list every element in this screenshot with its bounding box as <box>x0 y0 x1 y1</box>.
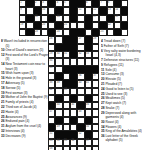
grid-cell[interactable]: 20 <box>41 22 48 29</box>
clue-number: 15 <box>1 71 5 75</box>
clue-item: 14 New Testament coin near to heart (3) <box>1 62 50 71</box>
clue-item: 7 Defensive structures (11) <box>101 58 149 62</box>
black-cell <box>55 117 62 124</box>
black-cell <box>70 131 77 138</box>
black-cell <box>114 0 121 7</box>
grid-cell[interactable] <box>55 36 62 43</box>
black-cell <box>85 22 92 29</box>
black-cell <box>70 15 77 22</box>
black-cell <box>92 66 99 73</box>
grid-cell[interactable] <box>41 15 48 22</box>
grid-cell[interactable] <box>77 117 84 124</box>
clue-number: 21 <box>101 82 105 86</box>
grid-cell[interactable]: 4 <box>55 0 62 7</box>
clue-item: 26 Endured pain (4) <box>1 119 50 123</box>
cell-number: 17 <box>93 15 96 18</box>
grid-cell[interactable] <box>92 95 99 102</box>
cell-number: 36 <box>79 74 82 77</box>
clue-item: 18 Sorrow (5) <box>1 85 50 89</box>
grid-cell[interactable]: 25 <box>99 29 106 36</box>
black-cell <box>85 15 92 22</box>
outside-cell <box>19 139 26 146</box>
clue-number: 33 <box>1 133 5 137</box>
cell-number: 30 <box>57 52 60 55</box>
cell-number: 27 <box>79 37 82 40</box>
cell-number: 44 <box>57 103 60 106</box>
grid-cell[interactable]: 55 <box>63 139 70 146</box>
clue-item: 33 Decreases (9) <box>1 133 50 137</box>
outside-cell <box>107 146 114 150</box>
cell-number: 8 <box>108 1 109 4</box>
clue-item: 15 Wish harm upon (3) <box>1 71 50 75</box>
grid-cell[interactable]: 43 <box>63 88 70 95</box>
grid-cell[interactable] <box>48 22 55 29</box>
black-cell <box>70 7 77 14</box>
clue-number: 32 <box>1 129 5 133</box>
grid-cell[interactable]: 2 <box>34 0 41 7</box>
grid-cell[interactable] <box>85 146 92 150</box>
grid-cell[interactable] <box>121 29 128 36</box>
clue-number: 4 <box>101 39 104 43</box>
black-cell <box>99 22 106 29</box>
clue-number: 29 <box>101 110 105 114</box>
grid-cell[interactable] <box>92 146 99 150</box>
grid-cell[interactable]: 44 <box>55 102 62 109</box>
black-cell <box>26 15 33 22</box>
black-cell <box>63 66 70 73</box>
cell-number: 12 <box>93 8 96 11</box>
grid-cell[interactable] <box>121 0 128 7</box>
cell-number: 15 <box>35 15 38 18</box>
grid-cell[interactable] <box>114 22 121 29</box>
outside-cell <box>41 139 48 146</box>
grid-cell[interactable]: 16 <box>55 15 62 22</box>
grid-cell[interactable]: 5 <box>63 0 70 7</box>
cell-number: 4 <box>57 1 58 4</box>
clue-item: 4 Tread down (7) <box>101 39 149 43</box>
grid-cell[interactable] <box>63 73 70 80</box>
grid-cell[interactable] <box>55 66 62 73</box>
cell-number: 22 <box>108 23 111 26</box>
cell-number: 56 <box>71 139 74 142</box>
clue-number: 6 <box>101 49 104 53</box>
cell-number: 16 <box>57 15 60 18</box>
cell-number: 24 <box>57 30 60 33</box>
cell-number: 5 <box>64 1 65 4</box>
cell-number: 50 <box>86 125 89 128</box>
grid-cell[interactable] <box>92 44 99 51</box>
grid-cell[interactable]: 18 <box>114 15 121 22</box>
cell-number: 33 <box>86 52 89 55</box>
grid-cell[interactable]: 37 <box>92 73 99 80</box>
grid-cell[interactable] <box>85 7 92 14</box>
cell-number: 32 <box>79 52 82 55</box>
cell-number: 55 <box>64 139 67 142</box>
grid-cell[interactable]: 3 <box>41 0 48 7</box>
clue-number: 26 <box>101 96 105 100</box>
grid-cell[interactable]: 39 <box>55 80 62 87</box>
grid-cell[interactable]: 41 <box>85 80 92 87</box>
clue-number: 25 <box>101 91 105 95</box>
clue-item: 20 Mother of John the Baptist (9) <box>1 95 50 99</box>
clue-number: 24 <box>101 86 105 90</box>
grid-cell[interactable]: 24 <box>55 29 62 36</box>
cell-number: 31 <box>64 52 67 55</box>
clue-number: 35 <box>101 129 105 133</box>
grid-cell[interactable] <box>63 15 70 22</box>
cell-number: 11 <box>79 8 82 11</box>
grid-cell[interactable]: 45 <box>70 102 77 109</box>
clue-list-right: 4 Tread down (7)5 Father of Seth (7)6 Ve… <box>101 39 149 143</box>
black-cell <box>70 80 77 87</box>
grid-cell[interactable] <box>77 58 84 65</box>
cell-number: 39 <box>57 81 60 84</box>
grid-cell[interactable] <box>92 58 99 65</box>
grid-cell[interactable]: 31 <box>63 51 70 58</box>
grid-cell[interactable] <box>70 58 77 65</box>
clue-number: 36 <box>101 134 105 138</box>
grid-cell[interactable] <box>92 139 99 146</box>
grid-cell[interactable] <box>70 146 77 150</box>
clue-item: 32 Interviews (4) <box>1 129 50 133</box>
grid-cell[interactable]: 12 <box>92 7 99 14</box>
cell-number: 14 <box>115 8 118 11</box>
grid-cell[interactable] <box>70 88 77 95</box>
clue-item: 10 One of David's warriors (5) <box>1 48 50 52</box>
black-cell <box>99 7 106 14</box>
outside-cell <box>121 146 128 150</box>
cell-number: 21 <box>64 23 67 26</box>
grid-cell[interactable]: 33 <box>85 51 92 58</box>
clue-item: 25 Assurances (9) <box>1 114 50 118</box>
clue-number: 26 <box>1 119 5 123</box>
cell-number: 41 <box>86 81 89 84</box>
clue-number: 9 <box>101 62 104 66</box>
black-cell <box>85 66 92 73</box>
grid-cell[interactable] <box>92 124 99 131</box>
cell-number: 52 <box>79 132 82 135</box>
grid-cell[interactable] <box>48 7 55 14</box>
outside-cell <box>34 146 41 150</box>
clue-item: 34 Flowers (4) <box>101 124 149 128</box>
grid-cell[interactable] <box>26 22 33 29</box>
black-cell <box>63 44 70 51</box>
outside-cell <box>114 146 121 150</box>
cell-number: 2 <box>35 1 36 4</box>
black-cell <box>121 7 128 14</box>
black-cell <box>77 29 84 36</box>
grid-cell[interactable]: 27 <box>77 36 84 43</box>
clue-item: 28 Snake (7) <box>101 106 149 110</box>
clue-number: 30 <box>101 120 105 124</box>
clue-number: 34 <box>101 124 105 128</box>
grid-cell[interactable]: 32 <box>77 51 84 58</box>
clue-item: 21 Pleaded (7) <box>101 82 149 86</box>
black-cell <box>26 29 33 36</box>
grid-cell[interactable] <box>55 88 62 95</box>
grid-cell[interactable] <box>92 88 99 95</box>
black-cell <box>70 51 77 58</box>
black-cell <box>77 124 84 131</box>
cell-number: 25 <box>101 30 104 33</box>
black-cell <box>77 102 84 109</box>
grid-cell[interactable]: 21 <box>63 22 70 29</box>
black-cell <box>48 15 55 22</box>
grid-cell[interactable] <box>26 7 33 14</box>
outside-cell <box>26 146 33 150</box>
cell-number: 6 <box>86 1 87 4</box>
clue-item: 23 Haste (4) <box>1 109 50 113</box>
grid-cell[interactable] <box>19 29 26 36</box>
grid-cell[interactable] <box>77 146 84 150</box>
grid-cell[interactable] <box>77 95 84 102</box>
grid-cell[interactable]: 53 <box>48 139 55 146</box>
black-cell <box>85 95 92 102</box>
clue-number: 28 <box>101 106 105 110</box>
clue-item: 35 King of the Amalekites (4) <box>101 129 149 133</box>
cell-number: 28 <box>93 37 96 40</box>
crossword-page: 1234567891011121314151617181920212223242… <box>0 0 150 150</box>
grid-cell[interactable] <box>55 58 62 65</box>
cell-number: 48 <box>79 110 82 113</box>
grid-cell[interactable]: 54 <box>55 139 62 146</box>
black-cell <box>70 29 77 36</box>
grid-cell[interactable] <box>41 29 48 36</box>
grid-cell[interactable] <box>92 131 99 138</box>
black-cell <box>34 7 41 14</box>
cell-number: 3 <box>42 1 43 4</box>
clue-item: 22 Third son of Jacob (4) <box>1 105 50 109</box>
grid-cell[interactable] <box>70 124 77 131</box>
grid-cell[interactable]: 11 <box>77 7 84 14</box>
grid-cell[interactable] <box>19 15 26 22</box>
grid-cell[interactable] <box>92 22 99 29</box>
clue-number: 7 <box>101 58 104 62</box>
clue-item: 19 First woman (3) <box>1 90 50 94</box>
grid-cell[interactable]: 22 <box>107 22 114 29</box>
grid-cell[interactable] <box>85 88 92 95</box>
grid-cell[interactable] <box>63 7 70 14</box>
black-cell <box>85 36 92 43</box>
black-cell <box>92 29 99 36</box>
black-cell <box>92 0 99 7</box>
grid-cell[interactable] <box>70 109 77 116</box>
grid-cell[interactable]: 1 <box>19 0 26 7</box>
clue-number: 12 <box>1 53 5 57</box>
cell-number: 23 <box>35 30 38 33</box>
grid-cell[interactable]: 10 <box>41 7 48 14</box>
grid-cell[interactable] <box>63 95 70 102</box>
grid-cell[interactable]: 17 <box>92 15 99 22</box>
grid-cell[interactable] <box>85 109 92 116</box>
black-cell <box>63 36 70 43</box>
black-cell <box>70 36 77 43</box>
clue-number: 10 <box>1 48 5 52</box>
grid-cell[interactable] <box>92 102 99 109</box>
cell-number: 46 <box>86 103 89 106</box>
black-cell <box>70 66 77 73</box>
black-cell <box>70 117 77 124</box>
grid-cell[interactable]: 15 <box>34 15 41 22</box>
clue-number: 31 <box>1 124 5 128</box>
grid-cell[interactable]: 6 <box>85 0 92 7</box>
clue-number: 20 <box>1 95 5 99</box>
black-cell <box>70 44 77 51</box>
grid-cell[interactable] <box>92 117 99 124</box>
grid-cell[interactable]: 28 <box>92 36 99 43</box>
grid-cell[interactable] <box>85 58 92 65</box>
cell-number: 49 <box>57 125 60 128</box>
black-cell <box>55 95 62 102</box>
clue-item: 36 Last letter of the Greek alphabet (5) <box>101 134 149 143</box>
grid-cell[interactable] <box>77 15 84 22</box>
grid-cell[interactable] <box>55 109 62 116</box>
cell-number: 13 <box>108 8 111 11</box>
black-cell <box>70 73 77 80</box>
clue-number: 21 <box>1 100 5 104</box>
clue-item: 17 Adversary (5) <box>1 81 50 85</box>
grid-cell[interactable] <box>85 29 92 36</box>
grid-cell[interactable]: 50 <box>85 124 92 131</box>
clue-number: 8 <box>1 39 4 43</box>
black-cell <box>85 117 92 124</box>
clue-number: 14 <box>1 62 5 66</box>
black-cell <box>55 7 62 14</box>
clue-item: 13 Consume (3) <box>101 72 149 76</box>
grid-cell[interactable]: 14 <box>114 7 121 14</box>
black-cell <box>114 29 121 36</box>
grid-cell[interactable]: 46 <box>85 102 92 109</box>
grid-cell[interactable] <box>55 146 62 150</box>
grid-cell[interactable]: 23 <box>34 29 41 36</box>
grid-cell[interactable]: 52 <box>77 131 84 138</box>
grid-cell[interactable] <box>77 139 84 146</box>
black-cell <box>77 66 84 73</box>
cell-number: 7 <box>101 1 102 4</box>
outside-cell <box>99 146 106 150</box>
clue-item: 30 Roast (4) <box>101 120 149 124</box>
outside-cell <box>34 139 41 146</box>
cell-number: 43 <box>64 88 67 91</box>
black-cell <box>63 131 70 138</box>
cell-number: 20 <box>42 23 45 26</box>
black-cell <box>34 22 41 29</box>
grid-cell[interactable]: 49 <box>55 124 62 131</box>
grid-cell[interactable]: 7 <box>99 0 106 7</box>
black-cell <box>48 0 55 7</box>
black-cell <box>70 95 77 102</box>
grid-cell[interactable] <box>63 146 70 150</box>
clue-number: 23 <box>1 109 5 113</box>
black-cell <box>121 22 128 29</box>
clue-number: 22 <box>1 105 5 109</box>
cell-number: 1 <box>20 1 21 4</box>
grid-cell[interactable]: 48 <box>77 109 84 116</box>
grid-cell[interactable] <box>99 15 106 22</box>
clue-number: 5 <box>101 44 104 48</box>
grid-cell[interactable]: 9 <box>19 7 26 14</box>
clue-item: 5 Father of Seth (7) <box>101 44 149 48</box>
clue-item: 26 Mealtimes (5) <box>101 96 149 100</box>
grid-cell[interactable]: 58 <box>48 146 55 150</box>
grid-cell[interactable] <box>70 22 77 29</box>
clue-item: 11 Sole (4) <box>101 67 149 71</box>
grid-cell[interactable] <box>92 80 99 87</box>
grid-cell[interactable] <box>63 109 70 116</box>
cell-number: 19 <box>20 23 23 26</box>
cell-number: 40 <box>79 81 82 84</box>
clue-number: 16 <box>1 76 5 80</box>
clue-item: 24 Good to listen to (5) <box>101 86 149 90</box>
clue-item: 6 Very salty water bordering Israel (4,3… <box>101 49 149 58</box>
grid-cell[interactable] <box>77 22 84 29</box>
cell-number: 58 <box>49 147 52 150</box>
cell-number: 9 <box>20 8 21 11</box>
clue-item: 21 Family of priests (4) <box>1 100 50 104</box>
clue-number: 17 <box>1 81 5 85</box>
clue-item: 8 Wasn't included in resurrection (5) <box>1 39 50 48</box>
outside-cell <box>26 139 33 146</box>
grid-cell[interactable] <box>63 58 70 65</box>
grid-cell[interactable]: 13 <box>107 7 114 14</box>
grid-cell[interactable]: 8 <box>107 0 114 7</box>
cell-number: 57 <box>86 139 89 142</box>
clue-item: 12 First word of the Lord's Prayer (3) <box>1 53 50 62</box>
cell-number: 45 <box>71 103 74 106</box>
black-cell <box>55 44 62 51</box>
black-cell <box>85 131 92 138</box>
clue-number: 11 <box>101 67 105 71</box>
grid-cell[interactable] <box>77 88 84 95</box>
cell-number: 10 <box>42 8 45 11</box>
clue-item: 9 Refugees (11) <box>101 62 149 66</box>
grid-cell[interactable] <box>63 29 70 36</box>
grid-cell[interactable]: 30 <box>55 51 62 58</box>
black-cell <box>63 80 70 87</box>
grid-cell[interactable]: 56 <box>70 139 77 146</box>
black-cell <box>55 73 62 80</box>
clue-number: 20 <box>101 77 105 81</box>
black-cell <box>70 0 77 7</box>
grid-cell[interactable] <box>77 44 84 51</box>
clue-item: 27 Kept watch (7) <box>101 101 149 105</box>
grid-cell[interactable]: 57 <box>85 139 92 146</box>
cell-number: 53 <box>49 139 52 142</box>
grid-cell[interactable]: 19 <box>19 22 26 29</box>
grid-cell[interactable] <box>92 51 99 58</box>
black-cell <box>85 44 92 51</box>
cell-number: 18 <box>115 15 118 18</box>
clue-item: 25 Used to see (3) <box>101 91 149 95</box>
grid-cell[interactable] <box>92 109 99 116</box>
black-cell <box>55 131 62 138</box>
grid-cell[interactable] <box>121 15 128 22</box>
grid-cell[interactable] <box>63 102 70 109</box>
clue-number: 19 <box>1 90 5 94</box>
grid-cell[interactable] <box>63 117 70 124</box>
black-cell <box>55 22 62 29</box>
cell-number: 37 <box>93 74 96 77</box>
grid-cell[interactable]: 40 <box>77 80 84 87</box>
grid-cell[interactable]: 36 <box>77 73 84 80</box>
clue-number: 18 <box>1 85 5 89</box>
clue-list-left: 8 Wasn't included in resurrection (5)10 … <box>1 39 50 138</box>
clue-number: 27 <box>101 101 105 105</box>
cell-number: 54 <box>57 139 60 142</box>
grid-cell[interactable] <box>63 124 70 131</box>
black-cell <box>48 29 55 36</box>
grid-cell[interactable] <box>107 29 114 36</box>
